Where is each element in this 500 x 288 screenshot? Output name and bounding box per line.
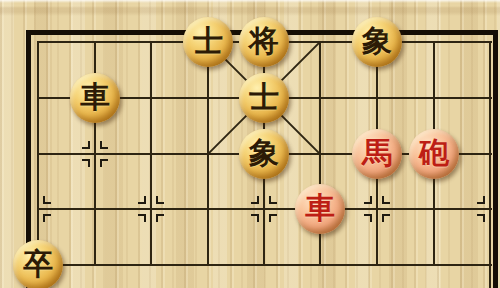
point-marker: [251, 196, 277, 222]
piece-glyph: 士: [193, 16, 223, 66]
point-marker: [364, 196, 390, 222]
black-general-e10[interactable]: 将: [239, 17, 289, 67]
point-marker: [25, 196, 51, 222]
red-cannon-h8[interactable]: 砲: [409, 129, 459, 179]
xiangqi-board[interactable]: 士将象車士象馬砲車卒: [0, 0, 500, 288]
black-elephant-e8[interactable]: 象: [239, 129, 289, 179]
piece-glyph: 象: [249, 128, 279, 178]
point-marker: [82, 141, 108, 167]
piece-glyph: 馬: [362, 128, 392, 178]
piece-glyph: 士: [249, 72, 279, 122]
file-line-i: [489, 41, 491, 288]
black-advisor-e9[interactable]: 士: [239, 73, 289, 123]
point-marker: [477, 196, 500, 222]
file-line-c: [150, 41, 152, 266]
piece-glyph: 卒: [23, 239, 53, 288]
black-advisor-d10[interactable]: 士: [183, 17, 233, 67]
piece-glyph: 将: [249, 16, 279, 66]
piece-glyph: 車: [305, 183, 335, 233]
piece-glyph: 象: [362, 16, 392, 66]
piece-glyph: 車: [80, 72, 110, 122]
board-frame-right: [493, 30, 498, 288]
black-soldier-a6[interactable]: 卒: [13, 240, 63, 288]
point-marker: [138, 196, 164, 222]
black-elephant-g10[interactable]: 象: [352, 17, 402, 67]
red-horse-g8[interactable]: 馬: [352, 129, 402, 179]
black-chariot-b9[interactable]: 車: [70, 73, 120, 123]
red-chariot-f7[interactable]: 車: [295, 184, 345, 234]
piece-glyph: 砲: [419, 128, 449, 178]
rank-line-6: [38, 264, 492, 266]
